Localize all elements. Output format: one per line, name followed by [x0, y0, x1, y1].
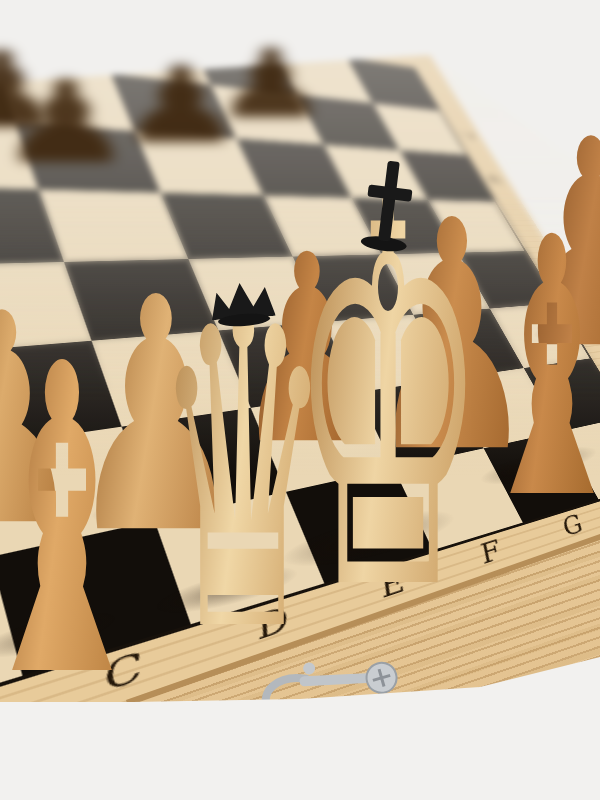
white-bishop-f1-glyph: ♝ [472, 192, 600, 548]
white-bishop-c1-glyph: ♝ [0, 310, 157, 736]
queen-black-coronet-finial [209, 280, 276, 330]
chess-set-photo: ABCDEFGH 67 ♟♟♟♟ ♟♟♟♟♟♝♛♚♝ [0, 0, 600, 800]
